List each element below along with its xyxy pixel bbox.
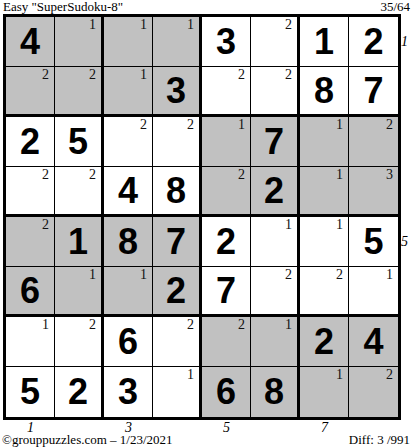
pencil-mark: 2 xyxy=(285,18,292,32)
pencil-mark: 1 xyxy=(140,68,147,82)
given-digit: 2 xyxy=(314,324,334,360)
given-digit: 2 xyxy=(363,24,383,60)
cell-r8c1[interactable]: 5 xyxy=(6,367,55,417)
cell-r6c1[interactable]: 6 xyxy=(6,267,55,317)
cell-r1c6[interactable]: 2 xyxy=(251,17,300,67)
given-digit: 6 xyxy=(216,374,236,410)
pencil-mark: 1 xyxy=(336,168,343,182)
cell-r7c5[interactable]: 2 xyxy=(202,317,251,367)
pencil-mark: 2 xyxy=(89,68,96,82)
cell-r5c3[interactable]: 8 xyxy=(104,217,153,267)
cell-r6c8[interactable]: 1 xyxy=(349,267,398,317)
cell-r2c7[interactable]: 8 xyxy=(300,67,349,117)
cell-r4c6[interactable]: 2 xyxy=(251,167,300,217)
sudoku-board: 4111321222132287252217122248221321872115… xyxy=(3,14,401,420)
cell-r5c5[interactable]: 2 xyxy=(202,217,251,267)
difficulty-text: Diff: 3 /991 xyxy=(349,433,410,446)
cell-r6c6[interactable]: 2 xyxy=(251,267,300,317)
cell-r6c3[interactable]: 1 xyxy=(104,267,153,317)
cell-r7c8[interactable]: 4 xyxy=(349,317,398,367)
pencil-mark: 2 xyxy=(89,318,96,332)
cell-r5c1[interactable]: 2 xyxy=(6,217,55,267)
cell-r1c2[interactable]: 1 xyxy=(55,17,104,67)
cell-r5c8[interactable]: 5 xyxy=(349,217,398,267)
given-digit: 5 xyxy=(20,374,40,410)
pencil-mark: 2 xyxy=(285,68,292,82)
given-digit: 8 xyxy=(264,374,284,410)
cell-r7c6[interactable]: 1 xyxy=(251,317,300,367)
cell-r2c8[interactable]: 7 xyxy=(349,67,398,117)
cell-r8c7[interactable]: 1 xyxy=(300,367,349,417)
given-digit: 6 xyxy=(20,273,40,309)
given-digit: 2 xyxy=(216,224,236,260)
pencil-mark: 2 xyxy=(187,118,194,132)
given-digit: 3 xyxy=(216,24,236,60)
cell-r8c5[interactable]: 6 xyxy=(202,367,251,417)
pencil-mark: 1 xyxy=(89,268,96,282)
pencil-mark: 1 xyxy=(285,318,292,332)
pencil-mark: 2 xyxy=(140,118,147,132)
cell-r4c7[interactable]: 1 xyxy=(300,167,349,217)
cell-r7c7[interactable]: 2 xyxy=(300,317,349,367)
cell-r1c7[interactable]: 1 xyxy=(300,17,349,67)
given-digit: 2 xyxy=(166,273,186,309)
given-digit: 8 xyxy=(314,73,334,109)
given-digit: 2 xyxy=(264,173,284,209)
cell-r2c6[interactable]: 2 xyxy=(251,67,300,117)
given-digit: 1 xyxy=(68,224,88,260)
cell-r5c2[interactable]: 1 xyxy=(55,217,104,267)
cell-r7c3[interactable]: 6 xyxy=(104,317,153,367)
row-label-5: 5 xyxy=(401,235,408,249)
cell-r3c7[interactable]: 1 xyxy=(300,117,349,167)
pencil-mark: 2 xyxy=(386,368,393,382)
given-digit: 5 xyxy=(68,124,88,160)
pencil-mark: 2 xyxy=(238,318,245,332)
pencil-mark: 1 xyxy=(140,268,147,282)
cell-r6c5[interactable]: 7 xyxy=(202,267,251,317)
cell-r7c4[interactable]: 2 xyxy=(153,317,202,367)
pencil-mark: 1 xyxy=(42,318,49,332)
cell-r2c2[interactable]: 2 xyxy=(55,67,104,117)
cell-r2c3[interactable]: 1 xyxy=(104,67,153,117)
cell-r4c3[interactable]: 4 xyxy=(104,167,153,217)
pencil-mark: 1 xyxy=(140,18,147,32)
cell-r4c4[interactable]: 8 xyxy=(153,167,202,217)
given-digit: 8 xyxy=(166,173,186,209)
given-digit: 1 xyxy=(314,24,334,60)
pencil-mark: 1 xyxy=(238,118,245,132)
pencil-mark: 2 xyxy=(42,218,49,232)
cell-r5c4[interactable]: 7 xyxy=(153,217,202,267)
pencil-mark: 1 xyxy=(285,218,292,232)
cell-r3c1[interactable]: 2 xyxy=(6,117,55,167)
pencil-mark: 2 xyxy=(89,168,96,182)
cell-r3c6[interactable]: 7 xyxy=(251,117,300,167)
given-digit: 3 xyxy=(118,374,138,410)
given-digit: 2 xyxy=(20,124,40,160)
page-footer: ©grouppuzzles.com – 1/23/2021 Diff: 3 /9… xyxy=(2,433,410,446)
pencil-mark: 3 xyxy=(386,168,393,182)
cell-r7c2[interactable]: 2 xyxy=(55,317,104,367)
cell-r8c2[interactable]: 2 xyxy=(55,367,104,417)
cell-r3c4[interactable]: 2 xyxy=(153,117,202,167)
given-digit: 7 xyxy=(264,124,284,160)
cell-r5c7[interactable]: 1 xyxy=(300,217,349,267)
pencil-mark: 1 xyxy=(187,18,194,32)
cell-r3c3[interactable]: 2 xyxy=(104,117,153,167)
cell-r6c4[interactable]: 2 xyxy=(153,267,202,317)
pencil-mark: 1 xyxy=(386,268,393,282)
cell-r1c8[interactable]: 2 xyxy=(349,17,398,67)
given-digit: 7 xyxy=(216,273,236,309)
given-digit: 4 xyxy=(20,24,40,60)
pencil-mark: 2 xyxy=(238,168,245,182)
cell-r6c2[interactable]: 1 xyxy=(55,267,104,317)
given-digit: 4 xyxy=(118,173,138,209)
given-digit: 6 xyxy=(118,324,138,360)
pencil-mark: 2 xyxy=(336,268,343,282)
cell-r1c4[interactable]: 1 xyxy=(153,17,202,67)
pencil-mark: 1 xyxy=(336,368,343,382)
puzzle-title: Easy "SuperSudoku-8" xyxy=(3,0,123,13)
cell-r4c8[interactable]: 3 xyxy=(349,167,398,217)
cell-r2c1[interactable]: 2 xyxy=(6,67,55,117)
cell-r8c3[interactable]: 3 xyxy=(104,367,153,417)
cell-r8c8[interactable]: 2 xyxy=(349,367,398,417)
puzzle-progress: 35/64 xyxy=(380,0,410,13)
cell-r8c4[interactable]: 1 xyxy=(153,367,202,417)
cell-r1c3[interactable]: 1 xyxy=(104,17,153,67)
cell-r1c5[interactable]: 3 xyxy=(202,17,251,67)
pencil-mark: 2 xyxy=(386,118,393,132)
cell-r4c2[interactable]: 2 xyxy=(55,167,104,217)
cell-r2c4[interactable]: 3 xyxy=(153,67,202,117)
given-digit: 3 xyxy=(166,73,186,109)
given-digit: 2 xyxy=(68,374,88,410)
pencil-mark: 1 xyxy=(89,18,96,32)
cell-r5c6[interactable]: 1 xyxy=(251,217,300,267)
cell-r4c5[interactable]: 2 xyxy=(202,167,251,217)
cell-r6c7[interactable]: 2 xyxy=(300,267,349,317)
pencil-mark: 2 xyxy=(238,68,245,82)
given-digit: 7 xyxy=(166,224,186,260)
cell-r1c1[interactable]: 4 xyxy=(6,17,55,67)
given-digit: 7 xyxy=(363,73,383,109)
pencil-mark: 2 xyxy=(42,68,49,82)
pencil-mark: 1 xyxy=(336,218,343,232)
row-label-1: 1 xyxy=(401,35,408,49)
pencil-mark: 1 xyxy=(336,118,343,132)
cell-r4c1[interactable]: 2 xyxy=(6,167,55,217)
cell-r2c5[interactable]: 2 xyxy=(202,67,251,117)
pencil-mark: 2 xyxy=(42,168,49,182)
pencil-mark: 1 xyxy=(187,368,194,382)
page-header: Easy "SuperSudoku-8" 35/64 xyxy=(3,0,410,14)
pencil-mark: 2 xyxy=(285,268,292,282)
cell-r3c2[interactable]: 5 xyxy=(55,117,104,167)
cell-r8c6[interactable]: 8 xyxy=(251,367,300,417)
cell-r3c5[interactable]: 1 xyxy=(202,117,251,167)
cell-r7c1[interactable]: 1 xyxy=(6,317,55,367)
given-digit: 8 xyxy=(118,224,138,260)
pencil-mark: 2 xyxy=(187,318,194,332)
cell-r3c8[interactable]: 2 xyxy=(349,117,398,167)
copyright-text: ©grouppuzzles.com – 1/23/2021 xyxy=(2,433,173,446)
given-digit: 4 xyxy=(363,324,383,360)
given-digit: 5 xyxy=(363,224,383,260)
